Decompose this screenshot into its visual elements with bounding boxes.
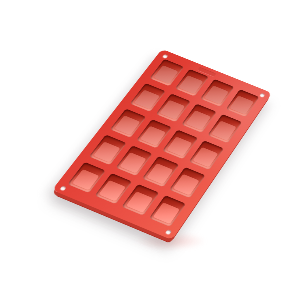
cavity-grid <box>52 49 272 240</box>
cavity-floor <box>140 126 166 146</box>
mold-cavity <box>225 89 259 117</box>
cavity-floor <box>134 90 160 109</box>
cavity-floor <box>229 95 254 114</box>
cavity-floor <box>166 136 192 156</box>
mold-cavity <box>149 195 186 227</box>
mold-cavity <box>169 167 205 198</box>
cavity-floor <box>114 115 140 135</box>
cavity-floor <box>204 85 229 104</box>
cavity-floor <box>185 110 210 130</box>
cavity-floor <box>126 191 153 213</box>
mold-cavity <box>207 114 242 143</box>
cavity-floor <box>72 169 100 190</box>
cavity-floor <box>173 174 199 195</box>
cavity-floor <box>211 121 236 141</box>
cavity-floor <box>120 152 147 173</box>
mold-cavity <box>189 140 225 170</box>
cavity-floor <box>153 65 178 84</box>
cavity-floor <box>178 75 203 94</box>
silicone-baking-mold <box>52 49 272 240</box>
cavity-floor <box>153 202 180 224</box>
cavity-floor <box>193 147 219 167</box>
cavity-floor <box>99 180 126 201</box>
cavity-floor <box>146 163 173 184</box>
cavity-floor <box>93 142 120 163</box>
photo-canvas <box>0 0 300 300</box>
cavity-floor <box>160 100 186 120</box>
